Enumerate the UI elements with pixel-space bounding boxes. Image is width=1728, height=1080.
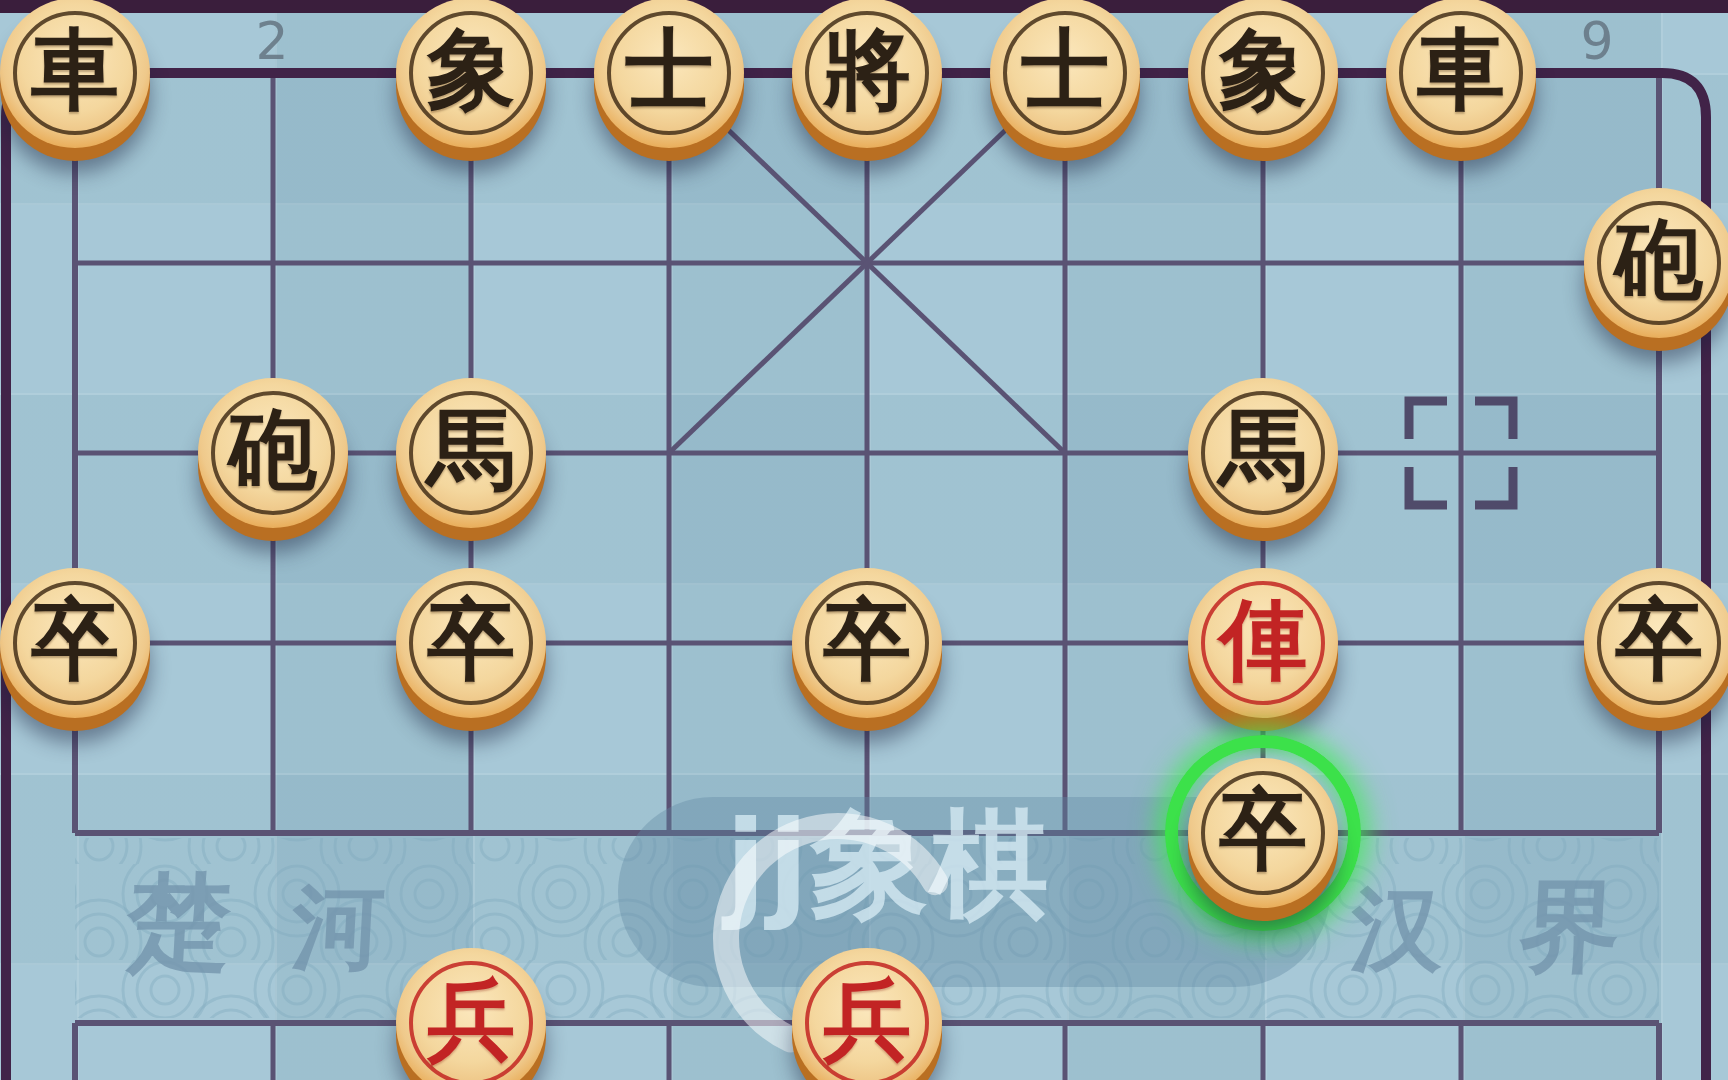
piece-glyph: 象 xyxy=(427,26,515,120)
piece-glyph: 象 xyxy=(1219,26,1307,120)
piece-glyph: 卒 xyxy=(427,596,515,690)
piece-disc: 兵 xyxy=(792,948,942,1080)
piece-black-cannon[interactable]: 砲 xyxy=(198,378,348,528)
piece-black-advisor[interactable]: 士 xyxy=(594,0,744,148)
piece-disc: 馬 xyxy=(1188,378,1338,528)
piece-disc: 士 xyxy=(990,0,1140,148)
piece-disc: 卒 xyxy=(396,568,546,718)
piece-glyph: 馬 xyxy=(1219,406,1307,500)
piece-disc: 卒 xyxy=(1584,568,1728,718)
piece-disc: 砲 xyxy=(1584,188,1728,338)
piece-glyph: 車 xyxy=(31,26,119,120)
piece-black-elephant[interactable]: 象 xyxy=(396,0,546,148)
piece-black-horse[interactable]: 馬 xyxy=(396,378,546,528)
piece-black-chariot[interactable]: 車 xyxy=(1386,0,1536,148)
xiangqi-app-screen: { "game": "xiangqi", "app_watermark": "j… xyxy=(0,0,1728,1080)
piece-glyph: 卒 xyxy=(31,596,119,690)
piece-glyph: 將 xyxy=(823,26,911,120)
piece-black-chariot[interactable]: 車 xyxy=(0,0,150,148)
piece-glyph: 俥 xyxy=(1219,596,1307,690)
piece-glyph: 砲 xyxy=(1615,216,1703,310)
piece-glyph: 砲 xyxy=(229,406,317,500)
piece-black-soldier[interactable]: 卒 xyxy=(396,568,546,718)
piece-black-horse[interactable]: 馬 xyxy=(1188,378,1338,528)
piece-glyph: 卒 xyxy=(1615,596,1703,690)
piece-glyph: 兵 xyxy=(427,976,515,1070)
piece-disc: 卒 xyxy=(0,568,150,718)
piece-disc: 兵 xyxy=(396,948,546,1080)
piece-black-advisor[interactable]: 士 xyxy=(990,0,1140,148)
piece-glyph: 馬 xyxy=(427,406,515,500)
piece-disc: 士 xyxy=(594,0,744,148)
piece-disc: 車 xyxy=(0,0,150,148)
piece-red-soldier[interactable]: 兵 xyxy=(792,948,942,1080)
piece-glyph: 士 xyxy=(1021,26,1109,120)
piece-red-soldier[interactable]: 兵 xyxy=(396,948,546,1080)
piece-black-soldier[interactable]: 卒 xyxy=(0,568,150,718)
piece-black-general[interactable]: 將 xyxy=(792,0,942,148)
piece-glyph: 車 xyxy=(1417,26,1505,120)
piece-black-soldier[interactable]: 卒 xyxy=(1584,568,1728,718)
piece-disc: 俥 xyxy=(1188,568,1338,718)
piece-red-chariot[interactable]: 俥 xyxy=(1188,568,1338,718)
piece-black-cannon[interactable]: 砲 xyxy=(1584,188,1728,338)
piece-disc: 卒 xyxy=(1188,758,1338,908)
piece-disc: 砲 xyxy=(198,378,348,528)
piece-glyph: 士 xyxy=(625,26,713,120)
piece-black-elephant[interactable]: 象 xyxy=(1188,0,1338,148)
piece-disc: 車 xyxy=(1386,0,1536,148)
piece-black-soldier[interactable]: 卒 xyxy=(1188,758,1338,908)
piece-disc: 馬 xyxy=(396,378,546,528)
piece-glyph: 卒 xyxy=(1219,786,1307,880)
piece-disc: 象 xyxy=(396,0,546,148)
piece-black-soldier[interactable]: 卒 xyxy=(792,568,942,718)
piece-glyph: 兵 xyxy=(823,976,911,1070)
xiangqi-board[interactable]: 車象士將士象車砲砲馬馬卒卒卒俥卒卒兵兵 xyxy=(0,0,1728,1080)
piece-disc: 將 xyxy=(792,0,942,148)
piece-disc: 象 xyxy=(1188,0,1338,148)
piece-glyph: 卒 xyxy=(823,596,911,690)
piece-disc: 卒 xyxy=(792,568,942,718)
